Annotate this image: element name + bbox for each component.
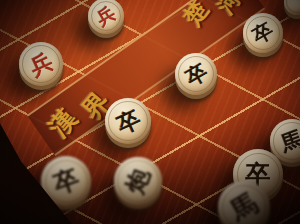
piece-red-soldier[interactable]: 兵 [19, 42, 63, 86]
xiangqi-board-photo: 楚 河 界 漢 兵 兵 卒 卒 卒 卒 炮 馬 卒 馬 [0, 0, 300, 224]
piece-character: 馬 [278, 127, 300, 155]
piece-character: 馬 [226, 189, 262, 224]
piece-black-soldier[interactable]: 卒 [105, 98, 151, 144]
piece-red-soldier[interactable]: 兵 [88, 0, 124, 34]
piece-character: 卒 [50, 165, 82, 197]
piece-black-cannon[interactable]: 炮 [114, 157, 162, 205]
piece-black-soldier[interactable]: 卒 [243, 13, 283, 53]
piece-character: 兵 [26, 49, 55, 78]
piece-black-soldier[interactable]: 卒 [41, 156, 91, 206]
piece-partial-unknown[interactable] [284, 0, 300, 15]
piece-character: 卒 [182, 60, 211, 89]
piece-character: 炮 [123, 166, 154, 197]
piece-black-horse[interactable]: 馬 [218, 181, 270, 224]
piece-black-soldier[interactable]: 卒 [175, 53, 217, 95]
piece-character: 卒 [249, 19, 276, 46]
piece-character: 卒 [113, 106, 144, 137]
piece-character: 兵 [94, 4, 119, 29]
